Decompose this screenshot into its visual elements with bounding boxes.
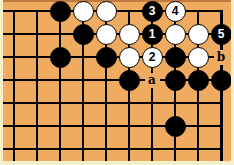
black-stone <box>165 116 186 137</box>
black-stone <box>165 70 186 91</box>
black-stone: 1 <box>142 24 163 45</box>
white-stone: 4 <box>165 1 186 22</box>
white-stone <box>188 24 209 45</box>
black-stone <box>119 70 140 91</box>
white-stone: 2 <box>142 47 163 68</box>
black-stone <box>96 47 117 68</box>
black-stone <box>165 47 186 68</box>
grid-line-horizontal <box>3 125 223 127</box>
white-stone <box>96 1 117 22</box>
white-stone <box>119 47 140 68</box>
point-label-b: b <box>214 50 229 65</box>
diagram-border-left <box>0 0 3 165</box>
black-stone <box>188 70 209 91</box>
black-stone <box>211 70 232 91</box>
black-stone <box>73 24 94 45</box>
grid-line-horizontal <box>3 148 223 150</box>
black-stone <box>50 1 71 22</box>
white-stone <box>96 24 117 45</box>
diagram-border-top <box>0 0 234 2</box>
black-stone: 5 <box>211 24 232 45</box>
point-label-a: a <box>145 73 160 88</box>
grid-line-horizontal <box>3 102 223 104</box>
white-stone <box>188 47 209 68</box>
white-stone <box>119 24 140 45</box>
black-stone <box>50 47 71 68</box>
go-board: ab34152 <box>0 0 234 165</box>
white-stone <box>73 1 94 22</box>
white-stone <box>165 24 186 45</box>
diagram-border-bottom <box>0 161 234 165</box>
black-stone: 3 <box>142 1 163 22</box>
diagram-border-right <box>231 0 234 165</box>
